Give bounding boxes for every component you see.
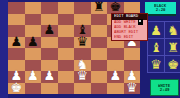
square-d1[interactable] (58, 83, 75, 95)
black-clock-time: 2:20 (156, 8, 166, 12)
tray-cell-rook[interactable]: ♜ (165, 39, 180, 55)
square-e3[interactable]: ♞ (74, 60, 91, 72)
window-left-border (0, 0, 8, 98)
square-f8[interactable]: ♜ (91, 2, 108, 14)
square-g8[interactable]: ♚ (107, 2, 124, 14)
square-h3[interactable] (124, 60, 141, 72)
square-f4[interactable] (91, 48, 108, 60)
square-e8[interactable] (74, 2, 91, 14)
square-a8[interactable] (8, 2, 25, 14)
square-d6[interactable] (58, 25, 75, 37)
bishop-icon: ♝ (150, 41, 162, 54)
square-a6[interactable] (8, 25, 25, 37)
menu-item-end-edit[interactable]: END EDIT (112, 35, 147, 40)
square-f5[interactable] (91, 37, 108, 49)
square-h1[interactable]: ♛ (124, 83, 141, 95)
square-c1[interactable] (41, 83, 58, 95)
queen-icon: ♛ (150, 58, 162, 71)
square-f2[interactable] (91, 71, 108, 83)
square-b4[interactable] (25, 48, 42, 60)
square-g2[interactable]: ♟ (107, 71, 124, 83)
square-e6[interactable]: ♝ (74, 25, 91, 37)
tray-cell-bishop[interactable]: ♝ (148, 39, 164, 55)
square-a5[interactable]: ♟ (8, 37, 25, 49)
black-bishop-piece: ♝ (76, 24, 88, 35)
square-c4[interactable] (41, 48, 58, 60)
white-pawn-piece: ♟ (109, 70, 121, 81)
square-b5[interactable]: ♟ (25, 37, 42, 49)
white-knight-piece: ♞ (76, 59, 88, 70)
pawn-icon: ♟ (150, 24, 162, 37)
tray-cell-knight[interactable]: ♞ (165, 22, 180, 38)
square-h2[interactable]: ♟ (124, 71, 141, 83)
square-c6[interactable]: ♟ (41, 25, 58, 37)
square-e7[interactable] (74, 14, 91, 26)
square-a3[interactable] (8, 60, 25, 72)
menu-item-label: ADD WHITE (114, 20, 131, 24)
white-clock-panel: WHITE 2:49 (150, 79, 179, 96)
square-a4[interactable] (8, 48, 25, 60)
mouse-cursor (138, 19, 143, 25)
tray-cell-king[interactable]: ♚ (165, 56, 180, 72)
white-king-piece: ♚ (10, 82, 22, 93)
square-d2[interactable] (58, 71, 75, 83)
square-f6[interactable] (91, 25, 108, 37)
black-clock-panel: BLACK 2:20 (145, 2, 176, 16)
square-h8[interactable] (124, 2, 141, 14)
square-c8[interactable] (41, 2, 58, 14)
white-pawn-piece: ♟ (43, 70, 55, 81)
menu-item-label: ADD BLACK (114, 25, 131, 29)
white-pawn-piece: ♟ (27, 70, 39, 81)
black-king-piece: ♚ (109, 1, 121, 12)
square-f3[interactable] (91, 60, 108, 72)
rook-icon: ♜ (167, 41, 179, 54)
square-a1[interactable]: ♚ (8, 83, 25, 95)
menu-item-label: ABORT EDIT (114, 30, 131, 34)
square-d3[interactable] (58, 60, 75, 72)
square-f7[interactable] (91, 14, 108, 26)
square-d8[interactable] (58, 2, 75, 14)
square-d5[interactable] (58, 37, 75, 49)
square-g4[interactable] (107, 48, 124, 60)
tray-cell-pawn[interactable]: ♟ (148, 22, 164, 38)
square-c2[interactable]: ♟ (41, 71, 58, 83)
square-d4[interactable] (58, 48, 75, 60)
white-queen-piece: ♛ (126, 82, 138, 93)
white-pawn-piece: ♟ (126, 70, 138, 81)
square-e4[interactable] (74, 48, 91, 60)
black-queen-piece: ♛ (76, 36, 88, 47)
square-b7[interactable] (25, 14, 42, 26)
piece-palette-tray: ♟♞♝♜♛♚ (147, 21, 180, 73)
square-a7[interactable] (8, 14, 25, 26)
square-b1[interactable] (25, 83, 42, 95)
white-pawn-piece: ♟ (10, 70, 22, 81)
menu-item-label: END EDIT (114, 35, 131, 39)
square-b3[interactable] (25, 60, 42, 72)
white-clock-time: 2:49 (160, 88, 170, 92)
square-b6[interactable] (25, 25, 42, 37)
square-g3[interactable] (107, 60, 124, 72)
square-e1[interactable] (74, 83, 91, 95)
chess-app-window: ♜♚♟♟♝♟♟♛♟♞♟♟♟♛♟♟♚♛ EDIT BOARD ADD WHITEA… (0, 0, 180, 98)
square-g1[interactable] (107, 83, 124, 95)
square-f1[interactable] (91, 83, 108, 95)
square-c5[interactable] (41, 37, 58, 49)
black-pawn-piece: ♟ (43, 24, 55, 35)
square-d7[interactable] (58, 14, 75, 26)
square-e2[interactable]: ♛ (74, 71, 91, 83)
square-c3[interactable] (41, 60, 58, 72)
black-pawn-piece: ♟ (10, 36, 22, 47)
edit-menu-title: EDIT BOARD (114, 14, 131, 18)
knight-icon: ♞ (167, 24, 179, 37)
black-rook-piece: ♜ (93, 1, 105, 12)
square-e5[interactable]: ♛ (74, 37, 91, 49)
white-queen-piece: ♛ (76, 70, 88, 81)
king-icon: ♚ (167, 58, 179, 71)
square-a2[interactable]: ♟ (8, 71, 25, 83)
tray-cell-queen[interactable]: ♛ (148, 56, 164, 72)
square-b2[interactable]: ♟ (25, 71, 42, 83)
black-pawn-piece: ♟ (27, 36, 39, 47)
square-h4[interactable] (124, 48, 141, 60)
square-c7[interactable] (41, 14, 58, 26)
square-b8[interactable] (25, 2, 42, 14)
edit-menu: EDIT BOARD ADD WHITEADD BLACKABORT EDITE… (111, 13, 148, 41)
